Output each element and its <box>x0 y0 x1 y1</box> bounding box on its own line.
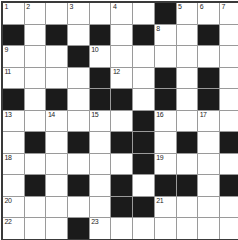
clue-number-16: 16 <box>156 111 163 119</box>
cell-r5c4[interactable] <box>68 89 89 110</box>
cell-r2c8[interactable]: 8 <box>155 25 176 46</box>
blocked-cell-r2c10 <box>198 25 219 46</box>
blocked-cell-r7c2 <box>25 132 46 153</box>
cell-r1c7[interactable] <box>133 3 154 24</box>
clue-number-5: 5 <box>178 3 181 11</box>
blocked-cell-r9c4 <box>68 175 89 196</box>
cell-r5c7[interactable] <box>133 89 154 110</box>
cell-r6c1[interactable]: 13 <box>3 111 24 132</box>
cell-r9c10[interactable] <box>198 175 219 196</box>
cell-r6c3[interactable]: 14 <box>46 111 67 132</box>
crossword-grid: 1234567891011121314151617181920212223 <box>1 1 238 229</box>
cell-r7c5[interactable] <box>90 132 111 153</box>
cell-r6c6[interactable] <box>111 111 132 132</box>
cell-r3c11[interactable] <box>220 46 238 67</box>
blocked-cell-r9c2 <box>25 175 46 196</box>
cell-r8c11[interactable] <box>220 154 238 175</box>
cell-r1c4[interactable]: 3 <box>68 3 89 24</box>
cell-r5c2[interactable] <box>25 89 46 110</box>
blocked-cell-r10c7 <box>133 197 154 218</box>
cell-r1c5[interactable] <box>90 3 111 24</box>
cell-r6c10[interactable]: 17 <box>198 111 219 132</box>
blocked-cell-r3c4 <box>68 46 89 67</box>
cell-r11c7[interactable] <box>133 218 154 229</box>
cell-r4c3[interactable] <box>46 68 67 89</box>
blocked-cell-r7c7 <box>133 132 154 153</box>
cell-r10c11[interactable] <box>220 197 238 218</box>
cell-r1c3[interactable] <box>46 3 67 24</box>
cell-r11c11[interactable] <box>220 218 238 229</box>
clue-number-11: 11 <box>5 68 11 76</box>
clue-number-10: 10 <box>91 46 98 54</box>
clue-number-19: 19 <box>156 154 163 162</box>
cell-r11c2[interactable] <box>25 218 46 229</box>
blocked-cell-r5c6 <box>111 89 132 110</box>
cell-r6c8[interactable]: 16 <box>155 111 176 132</box>
clue-number-9: 9 <box>5 46 8 54</box>
cell-r8c3[interactable] <box>46 154 67 175</box>
blocked-cell-r5c8 <box>155 89 176 110</box>
blocked-cell-r2c7 <box>133 25 154 46</box>
cell-r3c1[interactable]: 9 <box>3 46 24 67</box>
cell-r8c6[interactable] <box>111 154 132 175</box>
clue-number-2: 2 <box>26 3 29 11</box>
cell-r11c6[interactable] <box>111 218 132 229</box>
cell-r7c3[interactable] <box>46 132 67 153</box>
cell-r3c3[interactable] <box>46 46 67 67</box>
cell-r10c8[interactable]: 21 <box>155 197 176 218</box>
cell-r3c5[interactable]: 10 <box>90 46 111 67</box>
cell-r4c7[interactable] <box>133 68 154 89</box>
blocked-cell-r6c7 <box>133 111 154 132</box>
cell-r8c5[interactable] <box>90 154 111 175</box>
clue-number-12: 12 <box>113 68 120 76</box>
cell-r6c4[interactable] <box>68 111 89 132</box>
cell-r8c10[interactable] <box>198 154 219 175</box>
cell-r9c5[interactable] <box>90 175 111 196</box>
cell-r11c5[interactable]: 23 <box>90 218 111 229</box>
blocked-cell-r5c3 <box>46 89 67 110</box>
cell-r11c8[interactable] <box>155 218 176 229</box>
clue-number-23: 23 <box>91 218 98 226</box>
cell-r4c6[interactable]: 12 <box>111 68 132 89</box>
blocked-cell-r8c7 <box>133 154 154 175</box>
cell-r3c10[interactable] <box>198 46 219 67</box>
clue-number-20: 20 <box>5 197 12 205</box>
cell-r3c6[interactable] <box>111 46 132 67</box>
blocked-cell-r5c1 <box>3 89 24 110</box>
blocked-cell-r9c6 <box>111 175 132 196</box>
blocked-cell-r9c11 <box>220 175 238 196</box>
cell-r9c7[interactable] <box>133 175 154 196</box>
cell-r11c9[interactable] <box>177 218 198 229</box>
clue-number-22: 22 <box>5 218 12 226</box>
clue-number-14: 14 <box>48 111 55 119</box>
cell-r11c10[interactable] <box>198 218 219 229</box>
cell-r10c5[interactable] <box>90 197 111 218</box>
cell-r10c1[interactable]: 20 <box>3 197 24 218</box>
blocked-cell-r5c10 <box>198 89 219 110</box>
cell-r3c8[interactable] <box>155 46 176 67</box>
cell-r4c1[interactable]: 11 <box>3 68 24 89</box>
cell-r11c3[interactable] <box>46 218 67 229</box>
clue-number-6: 6 <box>200 3 203 11</box>
clue-number-13: 13 <box>5 111 12 119</box>
cell-r2c9[interactable] <box>177 25 198 46</box>
cell-r10c9[interactable] <box>177 197 198 218</box>
clue-number-18: 18 <box>5 154 12 162</box>
cell-r11c1[interactable]: 22 <box>3 218 24 229</box>
blocked-cell-r5c5 <box>90 89 111 110</box>
cell-r8c9[interactable] <box>177 154 198 175</box>
cell-r2c11[interactable] <box>220 25 238 46</box>
clue-number-8: 8 <box>156 25 159 33</box>
cell-r7c1[interactable] <box>3 132 24 153</box>
blocked-cell-r4c5 <box>90 68 111 89</box>
cell-r7c8[interactable] <box>155 132 176 153</box>
cell-r3c7[interactable] <box>133 46 154 67</box>
blocked-cell-r7c9 <box>177 132 198 153</box>
blocked-cell-r4c10 <box>198 68 219 89</box>
cell-r7c10[interactable] <box>198 132 219 153</box>
cell-r1c1[interactable]: 1 <box>3 3 24 24</box>
cell-r9c3[interactable] <box>46 175 67 196</box>
cell-r10c10[interactable] <box>198 197 219 218</box>
cell-r8c2[interactable] <box>25 154 46 175</box>
blocked-cell-r4c8 <box>155 68 176 89</box>
blocked-cell-r7c11 <box>220 132 238 153</box>
cell-r5c11[interactable] <box>220 89 238 110</box>
clue-number-15: 15 <box>91 111 98 119</box>
cell-r2c4[interactable] <box>68 25 89 46</box>
cell-r1c10[interactable]: 6 <box>198 3 219 24</box>
cell-r3c9[interactable] <box>177 46 198 67</box>
blocked-cell-r2c3 <box>46 25 67 46</box>
cell-r1c2[interactable]: 2 <box>25 3 46 24</box>
blocked-cell-r1c8 <box>155 3 176 24</box>
cell-r10c4[interactable] <box>68 197 89 218</box>
cell-r2c2[interactable] <box>25 25 46 46</box>
cell-r2c6[interactable] <box>111 25 132 46</box>
clue-number-21: 21 <box>156 197 163 205</box>
cell-r3c2[interactable] <box>25 46 46 67</box>
cell-r4c11[interactable] <box>220 68 238 89</box>
cell-r1c11[interactable]: 7 <box>220 3 238 24</box>
clue-number-4: 4 <box>113 3 116 11</box>
blocked-cell-r10c6 <box>111 197 132 218</box>
cell-r10c3[interactable] <box>46 197 67 218</box>
cell-r4c2[interactable] <box>25 68 46 89</box>
cell-r9c1[interactable] <box>3 175 24 196</box>
blocked-cell-r11c4 <box>68 218 89 229</box>
blocked-cell-r2c1 <box>3 25 24 46</box>
clue-number-7: 7 <box>221 3 224 11</box>
cell-r6c11[interactable] <box>220 111 238 132</box>
cell-r10c2[interactable] <box>25 197 46 218</box>
blocked-cell-r9c9 <box>177 175 198 196</box>
blocked-cell-r7c4 <box>68 132 89 153</box>
cell-r5c9[interactable] <box>177 89 198 110</box>
blocked-cell-r2c5 <box>90 25 111 46</box>
cell-r6c9[interactable] <box>177 111 198 132</box>
clue-number-1: 1 <box>5 3 8 11</box>
blocked-cell-r7c6 <box>111 132 132 153</box>
clue-number-3: 3 <box>70 3 73 11</box>
cell-r4c9[interactable] <box>177 68 198 89</box>
cell-r4c4[interactable] <box>68 68 89 89</box>
crossword-board-wrapper: 1234567891011121314151617181920212223 <box>1 1 238 229</box>
cell-r1c6[interactable]: 4 <box>111 3 132 24</box>
cell-r8c4[interactable] <box>68 154 89 175</box>
cell-r8c8[interactable]: 19 <box>155 154 176 175</box>
clue-number-17: 17 <box>200 111 207 119</box>
cell-r8c1[interactable]: 18 <box>3 154 24 175</box>
cell-r6c5[interactable]: 15 <box>90 111 111 132</box>
cell-r6c2[interactable] <box>25 111 46 132</box>
blocked-cell-r9c8 <box>155 175 176 196</box>
cell-r1c9[interactable]: 5 <box>177 3 198 24</box>
